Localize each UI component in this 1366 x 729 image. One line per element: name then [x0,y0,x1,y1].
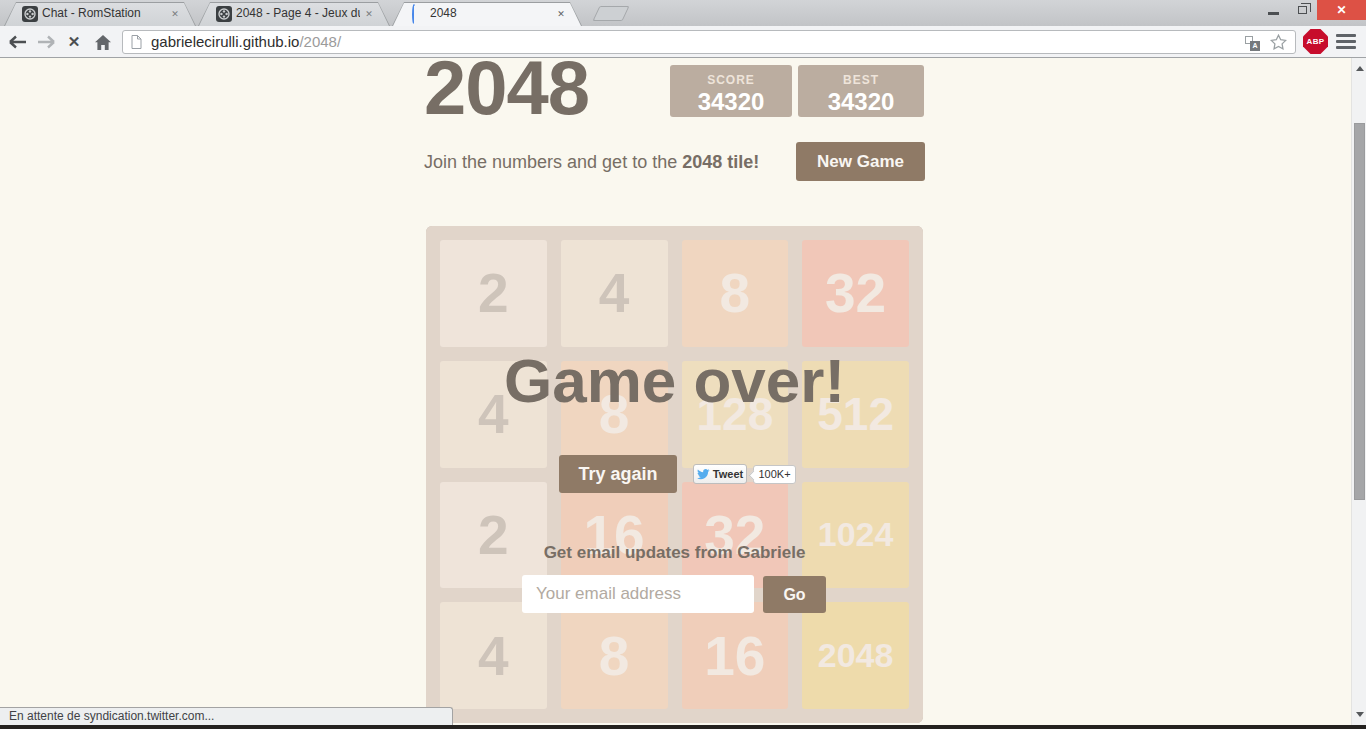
romstation-favicon-icon [216,6,232,22]
browser-toolbar: ✕ gabrielecirulli.github.io/2048/ A ABP [0,26,1366,58]
email-signup-heading: Get email updates from Gabriele [426,543,923,563]
score-value: 34320 [670,88,792,116]
page-content: 2048 SCORE 34320 BEST 34320 Join the num… [0,58,1366,725]
tab-title: Chat - RomStation [42,2,166,25]
game-over-message: Game over! [426,344,923,418]
intro-text: Join the numbers and get to the 2048 til… [424,150,759,174]
forward-icon [36,35,56,49]
best-label: BEST [798,73,924,87]
tab-close-icon[interactable]: ✕ [169,8,181,20]
twitter-bird-icon [697,469,710,480]
stop-icon: ✕ [68,33,81,51]
url-host: gabrielecirulli.github.io [151,33,299,50]
url-path: /2048/ [299,33,341,50]
best-value: 34320 [798,88,924,116]
score-label: SCORE [670,73,792,87]
score-box: SCORE 34320 [670,65,792,117]
game-title: 2048 [424,58,589,130]
loading-spinner-icon [410,6,426,22]
scroll-up-icon [1356,66,1364,71]
intro-goal: 2048 tile! [682,152,759,172]
tweet-count-badge[interactable]: 100K+ [753,465,796,484]
bookmark-star-icon[interactable] [1270,34,1287,55]
home-icon [94,34,112,51]
menu-icon[interactable] [1335,34,1357,50]
tab-2048-active[interactable]: 2048 ✕ [392,2,582,26]
new-tab-button[interactable] [593,6,630,21]
game-over-overlay: Game over! Try again Tweet 100K+ Get ema… [426,226,923,723]
romstation-favicon-icon [22,6,38,22]
url-text: gabrielecirulli.github.io/2048/ [151,31,341,53]
url-bar[interactable]: gabrielecirulli.github.io/2048/ A [122,30,1296,54]
minimize-icon [1268,12,1279,15]
restore-icon [1298,6,1307,14]
tab-title: 2048 - Page 4 - Jeux du for [236,2,360,25]
tab-strip: Chat - RomStation ✕ 2048 - Page 4 - Jeux… [0,0,1366,26]
scroll-down-button[interactable] [1352,707,1366,721]
forward-button[interactable] [33,30,59,54]
scrollbar[interactable] [1351,58,1366,725]
tab-chat-romstation[interactable]: Chat - RomStation ✕ [4,2,196,26]
tab-close-icon[interactable]: ✕ [363,8,375,20]
tab-close-icon[interactable]: ✕ [555,8,567,20]
home-button[interactable] [90,30,116,54]
close-button[interactable]: ✕ [1317,0,1366,20]
scroll-up-button[interactable] [1352,61,1366,75]
scroll-down-icon [1356,712,1364,717]
new-game-button[interactable]: New Game [796,142,925,181]
stop-button[interactable]: ✕ [61,30,87,54]
back-button[interactable] [5,30,31,54]
status-bubble: En attente de syndication.twitter.com... [0,707,453,725]
go-button[interactable]: Go [763,576,826,613]
page-icon[interactable] [131,35,142,53]
scrollbar-thumb[interactable] [1354,123,1365,500]
back-icon [8,35,28,49]
adblock-plus-icon[interactable]: ABP [1303,29,1328,54]
email-input[interactable] [522,575,754,613]
try-again-button[interactable]: Try again [559,455,677,493]
tab-2048-forum[interactable]: 2048 - Page 4 - Jeux du for ✕ [198,2,390,26]
tweet-label: Tweet [713,468,743,480]
minimize-button[interactable] [1259,0,1288,20]
restore-button[interactable] [1288,0,1317,20]
best-box: BEST 34320 [798,65,924,117]
browser-window: Chat - RomStation ✕ 2048 - Page 4 - Jeux… [0,0,1366,729]
tab-title: 2048 [430,2,552,25]
translate-icon[interactable]: A [1245,35,1261,51]
tweet-button[interactable]: Tweet [693,464,747,484]
close-icon: ✕ [1336,3,1346,17]
taskbar-edge [0,725,1366,729]
